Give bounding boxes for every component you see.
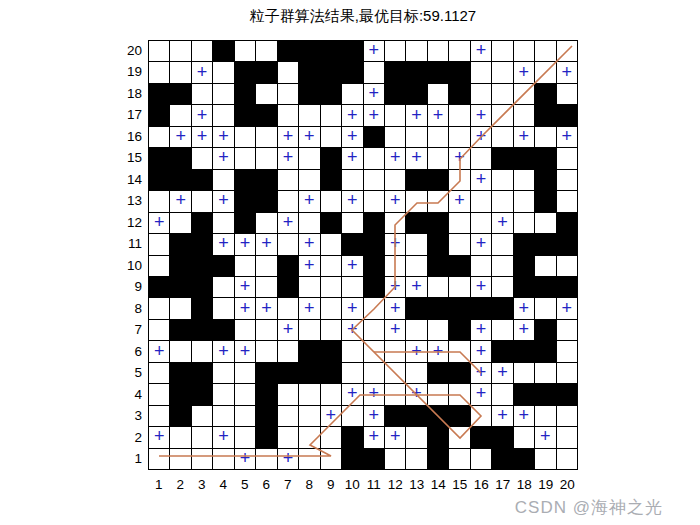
obstacle-cell	[406, 298, 426, 318]
grid-cell	[213, 449, 233, 469]
grid-cell: +	[342, 320, 362, 340]
particle-marker: +	[390, 191, 401, 209]
obstacle-cell	[149, 84, 169, 104]
obstacle-cell	[321, 213, 341, 233]
obstacle-cell	[256, 105, 276, 125]
grid-cell: +	[256, 234, 276, 254]
grid-cell	[299, 406, 319, 426]
obstacle-cell	[364, 277, 384, 297]
particle-marker: +	[304, 234, 315, 252]
grid-cell	[342, 84, 362, 104]
grid-cell	[449, 384, 469, 404]
particle-marker: +	[562, 63, 573, 81]
particle-marker: +	[304, 256, 315, 274]
grid-cell	[471, 148, 491, 168]
grid-cell	[170, 449, 190, 469]
grid-cell	[471, 449, 491, 469]
particle-marker: +	[411, 106, 422, 124]
obstacle-cell	[535, 320, 555, 340]
x-tick-label: 2	[176, 477, 184, 492]
particle-marker: +	[283, 320, 294, 338]
grid-cell: +	[471, 170, 491, 190]
grid-cell: +	[235, 298, 255, 318]
obstacle-cell	[235, 170, 255, 190]
obstacle-cell	[492, 341, 512, 361]
particle-marker: +	[240, 277, 251, 295]
grid-cell	[385, 449, 405, 469]
grid-cell	[449, 427, 469, 447]
grid-cell	[428, 384, 448, 404]
grid-cell	[256, 256, 276, 276]
grid-cell	[299, 449, 319, 469]
particle-marker: +	[390, 427, 401, 445]
grid-cell	[170, 105, 190, 125]
grid-cell	[213, 384, 233, 404]
obstacle-cell	[278, 41, 298, 61]
obstacle-cell	[514, 384, 534, 404]
obstacle-cell	[149, 277, 169, 297]
grid-cell	[557, 320, 577, 340]
obstacle-cell	[213, 41, 233, 61]
grid-cell: +	[342, 105, 362, 125]
grid-cell	[192, 148, 212, 168]
obstacle-cell	[256, 406, 276, 426]
y-tick-label: 15	[96, 150, 142, 165]
particle-marker: +	[519, 63, 530, 81]
grid-cell	[170, 41, 190, 61]
particle-marker: +	[347, 148, 358, 166]
grid-cell	[449, 341, 469, 361]
grid-cell: +	[406, 277, 426, 297]
grid-cell	[192, 341, 212, 361]
grid-cell	[321, 277, 341, 297]
grid-cell: +	[364, 105, 384, 125]
obstacle-cell	[321, 148, 341, 168]
obstacle-cell	[256, 170, 276, 190]
grid-cell: +	[213, 148, 233, 168]
grid-cell: +	[278, 449, 298, 469]
grid-cell: +	[535, 427, 555, 447]
grid-cell	[364, 363, 384, 383]
obstacle-cell	[342, 234, 362, 254]
grid-cell: +	[149, 341, 169, 361]
grid-cell	[235, 127, 255, 147]
grid-cell	[406, 41, 426, 61]
obstacle-cell	[406, 406, 426, 426]
obstacle-cell	[364, 234, 384, 254]
grid-cell	[492, 105, 512, 125]
obstacle-cell	[428, 213, 448, 233]
obstacle-cell	[235, 105, 255, 125]
grid-cell	[557, 406, 577, 426]
x-tick-label: 6	[262, 477, 270, 492]
grid-cell: +	[256, 298, 276, 318]
grid-cell: +	[342, 127, 362, 147]
grid-cell	[471, 406, 491, 426]
obstacle-cell	[321, 363, 341, 383]
obstacle-cell	[449, 406, 469, 426]
particle-marker: +	[347, 191, 358, 209]
grid-cell: +	[213, 234, 233, 254]
particle-marker: +	[218, 234, 229, 252]
particle-marker: +	[454, 148, 465, 166]
obstacle-cell	[299, 341, 319, 361]
grid-cell	[492, 41, 512, 61]
grid-cell	[213, 170, 233, 190]
grid-cell: +	[385, 320, 405, 340]
obstacle-cell	[535, 384, 555, 404]
obstacle-cell	[364, 213, 384, 233]
obstacle-cell	[385, 84, 405, 104]
particle-marker: +	[497, 406, 508, 424]
particle-marker: +	[562, 127, 573, 145]
grid-cell: +	[192, 62, 212, 82]
y-tick-label: 10	[96, 258, 142, 273]
grid-cell: +	[364, 406, 384, 426]
grid-cell: +	[342, 384, 362, 404]
x-tick-label: 14	[431, 477, 446, 492]
particle-marker: +	[390, 277, 401, 295]
grid-cell	[299, 170, 319, 190]
grid-cell	[149, 234, 169, 254]
grid-cell	[256, 127, 276, 147]
grid-cell	[492, 170, 512, 190]
particle-marker: +	[304, 191, 315, 209]
obstacle-cell	[278, 277, 298, 297]
particle-marker: +	[218, 191, 229, 209]
grid-cell	[385, 170, 405, 190]
obstacle-cell	[406, 62, 426, 82]
obstacle-cell	[321, 62, 341, 82]
grid-cell	[235, 427, 255, 447]
grid-cell	[492, 256, 512, 276]
obstacle-cell	[256, 191, 276, 211]
particle-marker: +	[240, 449, 251, 467]
obstacle-cell	[149, 105, 169, 125]
particle-marker: +	[368, 41, 379, 59]
grid-cell: +	[342, 148, 362, 168]
particle-marker: +	[390, 148, 401, 166]
grid-cell	[406, 256, 426, 276]
grid-cell	[492, 127, 512, 147]
grid-cell: +	[385, 277, 405, 297]
grid-cell	[299, 213, 319, 233]
grid-cell: +	[170, 191, 190, 211]
grid-cell	[235, 148, 255, 168]
grid-cell	[299, 277, 319, 297]
grid-cell: +	[299, 234, 319, 254]
x-tick-label: 3	[198, 477, 206, 492]
grid-cell: +	[192, 105, 212, 125]
obstacle-cell	[514, 148, 534, 168]
grid-cell: +	[385, 191, 405, 211]
particle-marker: +	[368, 427, 379, 445]
particle-marker: +	[476, 363, 487, 381]
grid-cell: +	[299, 256, 319, 276]
grid-cell	[406, 191, 426, 211]
grid-cell: +	[235, 277, 255, 297]
grid-cell	[492, 84, 512, 104]
grid-cell: +	[492, 213, 512, 233]
grid-cell	[514, 170, 534, 190]
x-tick-label: 12	[388, 477, 403, 492]
grid-cell	[449, 105, 469, 125]
grid-cell: +	[213, 127, 233, 147]
grid-cell: +	[406, 105, 426, 125]
particle-marker: +	[368, 84, 379, 102]
particle-marker: +	[347, 320, 358, 338]
grid-cell	[557, 84, 577, 104]
y-tick-label: 8	[96, 301, 142, 316]
grid-cell: +	[364, 384, 384, 404]
grid-cell	[278, 427, 298, 447]
particle-marker: +	[175, 191, 186, 209]
grid-cell	[321, 298, 341, 318]
obstacle-cell	[557, 213, 577, 233]
obstacle-cell	[342, 427, 362, 447]
obstacle-cell	[471, 298, 491, 318]
obstacle-cell	[406, 213, 426, 233]
grid-cell	[170, 427, 190, 447]
grid-cell	[299, 320, 319, 340]
obstacle-cell	[449, 256, 469, 276]
obstacle-cell	[149, 148, 169, 168]
grid-cell: +	[149, 427, 169, 447]
obstacle-cell	[428, 256, 448, 276]
obstacle-cell	[235, 62, 255, 82]
grid-cell	[557, 191, 577, 211]
grid-cell	[514, 213, 534, 233]
particle-marker: +	[347, 106, 358, 124]
obstacle-cell	[449, 363, 469, 383]
grid-cell	[449, 170, 469, 190]
grid-cell	[535, 41, 555, 61]
particle-marker: +	[326, 406, 337, 424]
grid-cell: +	[192, 127, 212, 147]
grid-cell: +	[406, 341, 426, 361]
grid-cell	[213, 363, 233, 383]
grid-cell	[428, 84, 448, 104]
grid-cell: +	[514, 298, 534, 318]
grid-cell	[428, 127, 448, 147]
grid-cell	[256, 41, 276, 61]
obstacle-cell	[299, 84, 319, 104]
grid-cell	[149, 449, 169, 469]
particle-marker: +	[154, 213, 165, 231]
x-tick-label: 1	[155, 477, 163, 492]
obstacle-cell	[428, 363, 448, 383]
grid-cell	[299, 105, 319, 125]
grid-cell	[170, 213, 190, 233]
particle-marker: +	[411, 342, 422, 360]
grid-cell	[278, 191, 298, 211]
grid-cell	[406, 320, 426, 340]
y-tick-label: 4	[96, 387, 142, 402]
grid-cell: +	[471, 41, 491, 61]
grid-cell	[213, 105, 233, 125]
obstacle-cell	[170, 363, 190, 383]
grid-cell	[192, 191, 212, 211]
obstacle-cell	[492, 298, 512, 318]
obstacle-cell	[170, 234, 190, 254]
grid-cell	[342, 406, 362, 426]
obstacle-cell	[492, 427, 512, 447]
obstacle-cell	[192, 170, 212, 190]
grid-cell	[321, 320, 341, 340]
obstacle-cell	[170, 384, 190, 404]
y-tick-label: 13	[96, 193, 142, 208]
particle-marker: +	[476, 384, 487, 402]
particle-marker: +	[347, 299, 358, 317]
particle-marker: +	[519, 299, 530, 317]
grid-cell	[235, 406, 255, 426]
y-tick-label: 9	[96, 279, 142, 294]
grid-cell: +	[385, 427, 405, 447]
obstacle-cell	[192, 277, 212, 297]
grid-cell	[535, 363, 555, 383]
particle-marker: +	[476, 106, 487, 124]
grid-cell	[299, 427, 319, 447]
obstacle-cell	[192, 234, 212, 254]
grid-cell	[235, 256, 255, 276]
grid-cell	[170, 62, 190, 82]
grid-cell	[428, 277, 448, 297]
obstacle-cell	[256, 62, 276, 82]
grid-cell: +	[278, 148, 298, 168]
obstacle-cell	[428, 406, 448, 426]
grid-cell: +	[299, 298, 319, 318]
particle-marker: +	[304, 299, 315, 317]
grid-cell: +	[364, 41, 384, 61]
grid-cell	[278, 384, 298, 404]
grid-cell: +	[557, 127, 577, 147]
obstacle-cell	[514, 449, 534, 469]
obstacle-cell	[342, 449, 362, 469]
particle-marker: +	[283, 449, 294, 467]
obstacle-cell	[278, 363, 298, 383]
grid-cell	[514, 105, 534, 125]
grid-cell	[535, 298, 555, 318]
grid-cell: +	[213, 341, 233, 361]
particle-marker: +	[497, 213, 508, 231]
grid-cell	[149, 384, 169, 404]
grid-cell	[364, 148, 384, 168]
obstacle-cell	[342, 62, 362, 82]
grid-cell	[256, 320, 276, 340]
grid-cell	[471, 191, 491, 211]
grid-cell: +	[492, 406, 512, 426]
grid-cell	[192, 449, 212, 469]
obstacle-cell	[406, 170, 426, 190]
y-tick-label: 3	[96, 408, 142, 423]
particle-marker: +	[476, 277, 487, 295]
obstacle-cell	[342, 41, 362, 61]
particle-marker: +	[218, 342, 229, 360]
particle-marker: +	[476, 127, 487, 145]
obstacle-cell	[321, 170, 341, 190]
particle-marker: +	[218, 427, 229, 445]
grid-cell: +	[514, 62, 534, 82]
grid-cell	[149, 298, 169, 318]
grid-cell	[213, 277, 233, 297]
grid-cell	[149, 127, 169, 147]
grid-cell: +	[557, 298, 577, 318]
x-tick-label: 5	[241, 477, 249, 492]
obstacle-cell	[256, 427, 276, 447]
obstacle-cell	[256, 363, 276, 383]
grid-cell	[406, 427, 426, 447]
grid-cell	[471, 62, 491, 82]
obstacle-cell	[192, 298, 212, 318]
grid-cell	[235, 363, 255, 383]
y-tick-label: 7	[96, 322, 142, 337]
grid-cell	[149, 363, 169, 383]
grid-cell	[342, 363, 362, 383]
x-tick-label: 17	[495, 477, 510, 492]
obstacle-cell	[213, 320, 233, 340]
obstacle-cell	[449, 62, 469, 82]
particle-marker: +	[240, 342, 251, 360]
grid-cell	[449, 449, 469, 469]
obstacle-cell	[170, 84, 190, 104]
grid-cell	[557, 256, 577, 276]
particle-marker: +	[347, 256, 358, 274]
grid-cell: +	[235, 234, 255, 254]
obstacle-cell	[535, 277, 555, 297]
particle-marker: +	[218, 127, 229, 145]
obstacle-cell	[364, 449, 384, 469]
grid-cell	[385, 105, 405, 125]
grid-cell: +	[471, 384, 491, 404]
grid-cell: +	[342, 256, 362, 276]
x-tick-label: 9	[327, 477, 335, 492]
x-tick-label: 8	[305, 477, 313, 492]
grid-cell	[149, 320, 169, 340]
obstacle-cell	[385, 406, 405, 426]
grid-cell	[235, 320, 255, 340]
particle-marker: +	[519, 320, 530, 338]
grid-cell	[385, 127, 405, 147]
grid-cell	[364, 170, 384, 190]
grid-cell: +	[471, 320, 491, 340]
grid-cell: +	[492, 363, 512, 383]
particle-marker: +	[411, 148, 422, 166]
grid-cell	[213, 406, 233, 426]
grid-cell: +	[428, 105, 448, 125]
grid-cell	[471, 256, 491, 276]
grid-cell	[213, 298, 233, 318]
grid-cell	[364, 191, 384, 211]
grid-cell	[192, 406, 212, 426]
obstacle-cell	[321, 341, 341, 361]
y-tick-label: 5	[96, 365, 142, 380]
y-tick-label: 11	[96, 236, 142, 251]
grid-cell	[385, 363, 405, 383]
obstacle-cell	[278, 256, 298, 276]
grid-cell	[278, 406, 298, 426]
obstacle-cell	[535, 191, 555, 211]
particle-marker: +	[476, 320, 487, 338]
particle-marker: +	[454, 191, 465, 209]
grid-cell	[278, 234, 298, 254]
particle-marker: +	[304, 127, 315, 145]
grid-cell	[278, 298, 298, 318]
grid-cell	[256, 148, 276, 168]
grid-cell: +	[299, 191, 319, 211]
grid-cell	[192, 84, 212, 104]
particle-marker: +	[261, 299, 272, 317]
obstacle-cell	[149, 170, 169, 190]
